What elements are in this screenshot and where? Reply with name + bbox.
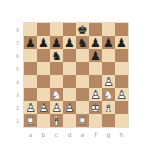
square-e6[interactable] [76, 49, 89, 62]
square-e4[interactable] [76, 75, 89, 88]
white-pawn-outline-icon: ♙ [63, 101, 76, 114]
square-f8[interactable] [89, 23, 102, 36]
square-b8[interactable] [37, 23, 50, 36]
square-b1[interactable] [37, 114, 50, 127]
square-f5[interactable] [89, 62, 102, 75]
white-bishop-outline-icon: ♗ [50, 114, 63, 127]
white-bishop-outline-icon: ♗ [102, 101, 115, 114]
square-g4[interactable]: ♟♙ [102, 75, 115, 88]
square-g5[interactable] [102, 62, 115, 75]
square-e8[interactable]: ♚ [76, 23, 89, 36]
square-a2[interactable]: ♟♙ [24, 101, 37, 114]
white-king-outline-icon: ♔ [89, 101, 102, 114]
black-pawn-icon: ♟ [24, 36, 37, 49]
black-pawn-icon: ♟ [37, 36, 50, 49]
square-g6[interactable] [102, 49, 115, 62]
black-pawn-icon: ♟ [63, 36, 76, 49]
rank-label-1: 1 [13, 114, 22, 127]
square-a5[interactable] [24, 62, 37, 75]
square-a3[interactable] [24, 88, 37, 101]
file-labels: abcdefgh [24, 129, 128, 139]
square-c1[interactable]: ♝♗ [50, 114, 63, 127]
square-e5[interactable] [76, 62, 89, 75]
white-pawn-outline-icon: ♙ [37, 101, 50, 114]
square-h6[interactable] [115, 49, 128, 62]
white-pawn-outline-icon: ♙ [102, 75, 115, 88]
square-c8[interactable] [50, 23, 63, 36]
file-label-c: c [50, 129, 63, 139]
square-e7[interactable]: ♞ [76, 36, 89, 49]
black-knight-icon: ♞ [50, 49, 63, 62]
square-b6[interactable] [37, 49, 50, 62]
square-d8[interactable] [63, 23, 76, 36]
square-h1[interactable] [115, 114, 128, 127]
square-d7[interactable]: ♟ [63, 36, 76, 49]
square-g7[interactable]: ♟ [102, 36, 115, 49]
rank-label-7: 7 [13, 36, 22, 49]
white-bishop-icon: ♝ [50, 114, 63, 127]
square-c6[interactable]: ♞ [50, 49, 63, 62]
white-pawn-icon: ♟ [89, 88, 102, 101]
square-a1[interactable]: ♜♖ [24, 114, 37, 127]
square-g1[interactable] [102, 114, 115, 127]
square-c5[interactable] [50, 62, 63, 75]
file-label-a: a [24, 129, 37, 139]
white-rook-outline-icon: ♖ [24, 114, 37, 127]
square-d3[interactable] [63, 88, 76, 101]
white-knight-icon: ♞ [50, 88, 63, 101]
rank-label-3: 3 [13, 88, 22, 101]
square-h3[interactable]: ♟♙ [115, 88, 128, 101]
white-king-icon: ♚ [89, 101, 102, 114]
white-bishop-icon: ♝ [102, 101, 115, 114]
black-pawn-icon: ♟ [50, 36, 63, 49]
rank-label-4: 4 [13, 75, 22, 88]
rank-label-2: 2 [13, 101, 22, 114]
square-a4[interactable] [24, 75, 37, 88]
square-a6[interactable] [24, 49, 37, 62]
square-b2[interactable]: ♟♙ [37, 101, 50, 114]
white-rook-icon: ♜ [24, 114, 37, 127]
square-g8[interactable] [102, 23, 115, 36]
rank-label-5: 5 [13, 62, 22, 75]
white-knight-outline-icon: ♘ [50, 88, 63, 101]
square-a7[interactable]: ♟ [24, 36, 37, 49]
white-rook-icon: ♜ [76, 114, 89, 127]
square-f3[interactable]: ♟♙ [89, 88, 102, 101]
white-pawn-outline-icon: ♙ [50, 101, 63, 114]
black-knight-icon: ♞ [76, 36, 89, 49]
file-label-e: e [76, 129, 89, 139]
white-knight-outline-icon: ♘ [102, 88, 115, 101]
square-h7[interactable]: ♟ [115, 36, 128, 49]
file-label-b: b [37, 129, 50, 139]
square-c2[interactable]: ♟♙ [50, 101, 63, 114]
file-label-d: d [63, 129, 76, 139]
square-a8[interactable] [24, 23, 37, 36]
chess-board: ♚♟♟♟♟♞♟♟♟♞♟♟♙♞♘♟♙♞♘♟♙♟♙♟♙♟♙♟♙♚♔♝♗♜♖♝♗♜♖ [24, 23, 128, 127]
white-rook-outline-icon: ♖ [76, 114, 89, 127]
square-d5[interactable] [63, 62, 76, 75]
white-pawn-outline-icon: ♙ [89, 88, 102, 101]
black-pawn-icon: ♟ [115, 36, 128, 49]
square-g3[interactable]: ♞♘ [102, 88, 115, 101]
rank-labels: 87654321 [13, 23, 22, 127]
file-label-f: f [89, 129, 102, 139]
file-label-g: g [102, 129, 115, 139]
white-pawn-outline-icon: ♙ [115, 88, 128, 101]
chess-diagram: 87654321 ♚♟♟♟♟♞♟♟♟♞♟♟♙♞♘♟♙♞♘♟♙♟♙♟♙♟♙♟♙♚♔… [0, 0, 150, 150]
square-e2[interactable] [76, 101, 89, 114]
square-d1[interactable] [63, 114, 76, 127]
square-h4[interactable] [115, 75, 128, 88]
square-b4[interactable] [37, 75, 50, 88]
white-pawn-icon: ♟ [63, 101, 76, 114]
square-h8[interactable] [115, 23, 128, 36]
square-e1[interactable]: ♜♖ [76, 114, 89, 127]
square-h5[interactable] [115, 62, 128, 75]
rank-label-6: 6 [13, 49, 22, 62]
black-pawn-icon: ♟ [89, 36, 102, 49]
file-label-h: h [115, 129, 128, 139]
square-d4[interactable] [63, 75, 76, 88]
square-b7[interactable]: ♟ [37, 36, 50, 49]
square-d6[interactable] [63, 49, 76, 62]
square-c4[interactable] [50, 75, 63, 88]
white-pawn-icon: ♟ [50, 101, 63, 114]
square-c3[interactable]: ♞♘ [50, 88, 63, 101]
square-b3[interactable] [37, 88, 50, 101]
white-pawn-icon: ♟ [115, 88, 128, 101]
square-f6[interactable]: ♟ [89, 49, 102, 62]
square-c7[interactable]: ♟ [50, 36, 63, 49]
square-h2[interactable] [115, 101, 128, 114]
white-pawn-icon: ♟ [102, 75, 115, 88]
white-pawn-icon: ♟ [37, 101, 50, 114]
square-f2[interactable]: ♚♔ [89, 101, 102, 114]
square-b5[interactable] [37, 62, 50, 75]
square-f4[interactable] [89, 75, 102, 88]
black-king-icon: ♚ [76, 23, 89, 36]
black-pawn-icon: ♟ [102, 36, 115, 49]
white-knight-icon: ♞ [102, 88, 115, 101]
square-d2[interactable]: ♟♙ [63, 101, 76, 114]
black-pawn-icon: ♟ [89, 49, 102, 62]
white-pawn-icon: ♟ [24, 101, 37, 114]
square-f7[interactable]: ♟ [89, 36, 102, 49]
rank-label-8: 8 [13, 23, 22, 36]
square-e3[interactable] [76, 88, 89, 101]
white-pawn-outline-icon: ♙ [24, 101, 37, 114]
square-g2[interactable]: ♝♗ [102, 101, 115, 114]
square-f1[interactable] [89, 114, 102, 127]
